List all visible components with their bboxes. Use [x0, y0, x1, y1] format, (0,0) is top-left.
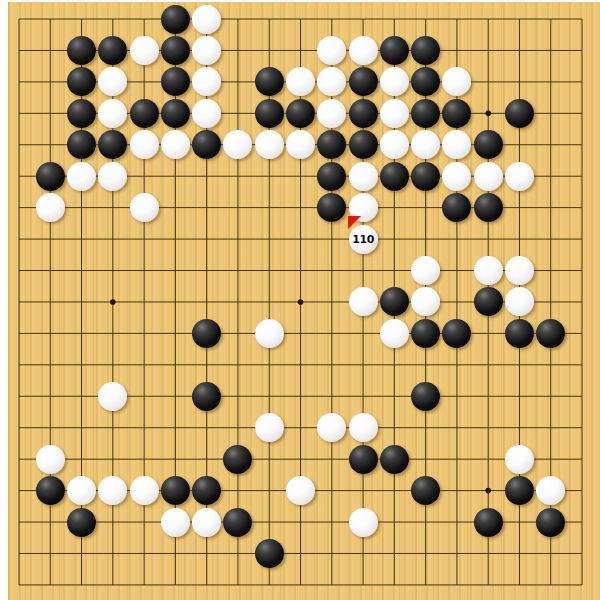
- last-move-number: 110: [349, 225, 378, 254]
- stone-black: [411, 162, 440, 191]
- stone-white: [98, 162, 127, 191]
- stone-black: [411, 36, 440, 65]
- goban[interactable]: 110: [8, 2, 600, 600]
- stone-black: [505, 99, 534, 128]
- stone-black: [36, 476, 65, 505]
- stone-white: [161, 130, 190, 159]
- stone-white: [442, 67, 471, 96]
- stone-black: [317, 130, 346, 159]
- stone-black: [192, 382, 221, 411]
- stone-white: [380, 130, 409, 159]
- stone-white: [442, 162, 471, 191]
- stone-black: [161, 476, 190, 505]
- stone-black: [474, 193, 503, 222]
- stone-black: [442, 319, 471, 348]
- stone-white: [349, 162, 378, 191]
- stone-black: [349, 130, 378, 159]
- stone-white: [130, 193, 159, 222]
- stone-white: [317, 67, 346, 96]
- stone-white: [98, 67, 127, 96]
- stone-black: [317, 193, 346, 222]
- stone-black: [67, 130, 96, 159]
- stone-black: [161, 36, 190, 65]
- stone-white: [317, 36, 346, 65]
- stone-white: [474, 256, 503, 285]
- stone-black: [67, 508, 96, 537]
- stone-black: [474, 130, 503, 159]
- stone-white: [505, 162, 534, 191]
- stone-white: [380, 67, 409, 96]
- last-move-stone: 110: [349, 225, 378, 254]
- stone-black: [536, 508, 565, 537]
- stone-black: [411, 99, 440, 128]
- stone-black: [411, 382, 440, 411]
- stone-white: [349, 287, 378, 316]
- stone-black: [98, 36, 127, 65]
- stone-white: [36, 445, 65, 474]
- stone-white: [505, 256, 534, 285]
- stone-white: [130, 36, 159, 65]
- stone-white: [36, 193, 65, 222]
- stone-black: [380, 36, 409, 65]
- stone-black: [67, 99, 96, 128]
- stone-black: [98, 130, 127, 159]
- stone-black: [286, 99, 315, 128]
- stone-black: [442, 193, 471, 222]
- stone-black: [130, 99, 159, 128]
- stone-white: [349, 413, 378, 442]
- stone-white: [286, 130, 315, 159]
- stone-white: [411, 256, 440, 285]
- stone-white: [380, 319, 409, 348]
- stone-black: [161, 5, 190, 34]
- stone-black: [442, 99, 471, 128]
- stone-white: [98, 382, 127, 411]
- stone-black: [474, 508, 503, 537]
- stone-black: [411, 319, 440, 348]
- stone-black: [192, 130, 221, 159]
- stone-black: [161, 99, 190, 128]
- stone-black: [349, 99, 378, 128]
- stone-black: [349, 67, 378, 96]
- stone-black: [255, 67, 284, 96]
- stone-black: [255, 99, 284, 128]
- stone-white: [223, 130, 252, 159]
- stone-black: [223, 508, 252, 537]
- stone-black: [380, 445, 409, 474]
- stone-white: [505, 445, 534, 474]
- stone-white: [67, 476, 96, 505]
- stone-white: [349, 508, 378, 537]
- stone-black: [505, 476, 534, 505]
- stone-white: [192, 36, 221, 65]
- stone-white: [411, 130, 440, 159]
- stone-black: [411, 67, 440, 96]
- stone-black: [505, 319, 534, 348]
- stone-black: [317, 162, 346, 191]
- stone-white: [349, 36, 378, 65]
- stone-black: [380, 287, 409, 316]
- stone-black: [255, 539, 284, 568]
- stones-layer: 110: [8, 2, 600, 600]
- stone-white: [380, 99, 409, 128]
- stone-black: [67, 36, 96, 65]
- stone-white: [98, 99, 127, 128]
- stone-white: [67, 162, 96, 191]
- stone-black: [474, 287, 503, 316]
- stone-black: [36, 162, 65, 191]
- stone-white: [442, 130, 471, 159]
- stone-black: [380, 162, 409, 191]
- stone-black: [67, 67, 96, 96]
- stone-white: [192, 67, 221, 96]
- page: 110: [0, 0, 600, 600]
- stone-white: [255, 413, 284, 442]
- stone-white: [536, 476, 565, 505]
- stone-black: [223, 445, 252, 474]
- stone-white: [130, 476, 159, 505]
- stone-white: [192, 508, 221, 537]
- stone-black: [349, 445, 378, 474]
- stone-white: [411, 287, 440, 316]
- stone-white: [98, 476, 127, 505]
- stone-white: [286, 476, 315, 505]
- stone-black: [411, 476, 440, 505]
- stone-white: [192, 5, 221, 34]
- stone-white: [255, 130, 284, 159]
- stone-white: [130, 130, 159, 159]
- stone-white: [317, 99, 346, 128]
- stone-black: [161, 67, 190, 96]
- stone-white: [192, 99, 221, 128]
- stone-white: [286, 67, 315, 96]
- stone-white: [255, 319, 284, 348]
- stone-black: [192, 319, 221, 348]
- stone-black: [192, 476, 221, 505]
- stone-black: [536, 319, 565, 348]
- stone-white: [505, 287, 534, 316]
- stone-white: [317, 413, 346, 442]
- stone-white: [474, 162, 503, 191]
- stone-white: [161, 508, 190, 537]
